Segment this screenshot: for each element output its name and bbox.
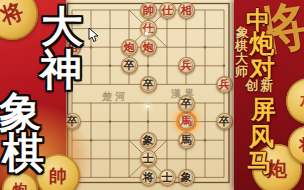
title-right-char-2: 炮 [249,31,274,56]
piece-red-兵-f8r4[interactable]: 兵 [216,76,233,93]
title-left-char-4: 棋 [2,132,44,174]
credit-char-1: 创 [245,79,258,92]
piece-black-卒-f8r6[interactable]: 卒 [216,113,233,130]
piece-black-将-f4r9[interactable]: 将 [140,169,157,186]
thumbnail-stage: 楚河 漢界 帥仕相仕相炮炮馬兵兵馬卒卒卒卒卒象馬士将士象 帥 炮 将 大 神 象… [0,0,304,190]
piece-red-兵-f6r3[interactable]: 兵 [178,57,195,74]
sparkle-effect-2 [145,104,150,109]
piece-black-卒-f3r3[interactable]: 卒 [121,57,138,74]
river-label-left: 楚河 [102,90,128,104]
piece-red-炮-f3r2[interactable]: 炮 [121,39,138,56]
title-right-char-6: 马 [247,150,272,175]
piece-red-帥-f4r0[interactable]: 帥 [140,2,157,19]
piece-black-卒-f6r5[interactable]: 卒 [178,95,195,112]
piece-black-象-f6r9[interactable]: 象 [178,169,195,186]
title-right-char-4: 屏 [251,97,276,122]
piece-red-仕-f5r0[interactable]: 仕 [159,2,176,19]
title-left-char-2: 神 [40,49,82,91]
piece-black-象-f4r7[interactable]: 象 [140,132,157,149]
decor-piece-right-mid: 相 [286,78,304,124]
credit-char-2: 新 [260,79,273,92]
title-left-char-1: 大 [41,6,83,48]
subtitle-char-4: 师 [235,65,248,78]
piece-red-相-f6r0[interactable]: 相 [178,2,195,19]
piece-black-卒-f4r4[interactable]: 卒 [140,76,157,93]
piece-black-士-f5r9[interactable]: 士 [159,169,176,186]
title-right-char-5: 风 [249,124,274,149]
mouse-cursor-icon [88,28,100,43]
piece-red-炮-f4r2[interactable]: 炮 [140,39,157,56]
piece-red-馬-f6r6[interactable]: 馬 [178,113,195,130]
piece-black-士-f4r8[interactable]: 士 [140,150,157,167]
sparkle-effect-1 [144,31,149,36]
piece-black-馬-f6r7[interactable]: 馬 [178,132,195,149]
